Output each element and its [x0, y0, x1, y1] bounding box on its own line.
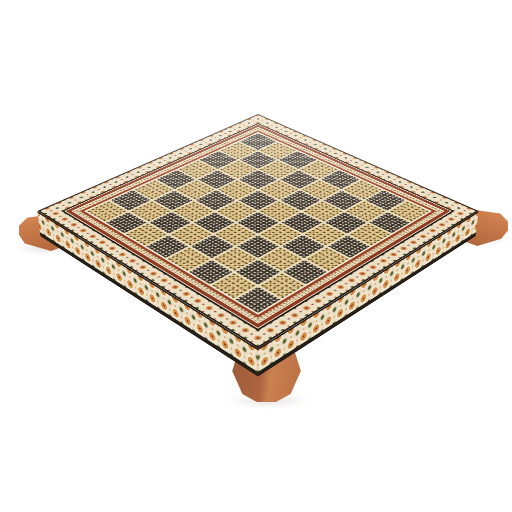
- board-3d-stage: [0, 0, 512, 512]
- dark-line-band: [61, 123, 454, 331]
- ivory-pinstripe-outer: [64, 124, 451, 329]
- maroon-band: [66, 125, 451, 328]
- product-photo-scene: [0, 0, 512, 512]
- ivory-pinstripe-inner: [71, 127, 444, 324]
- khatam-rosette-border-band: [40, 115, 476, 346]
- outer-dark-edge-band: [37, 114, 478, 349]
- board-top-surface: [37, 114, 478, 349]
